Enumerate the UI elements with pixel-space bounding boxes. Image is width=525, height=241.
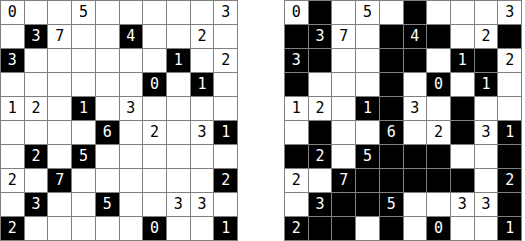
puzzle-cell-r9c3[interactable]	[48, 193, 71, 216]
solution-cell-r1c3	[332, 1, 355, 24]
solution-cell-r4c6	[404, 73, 427, 96]
solution-cell-r6c7: 2	[427, 121, 450, 144]
solution-cell-r10c2	[309, 217, 332, 240]
puzzle-cell-r7c2[interactable]: 2	[25, 145, 48, 168]
solution-cell-r7c1	[285, 145, 308, 168]
puzzle-cell-r10c4[interactable]	[72, 217, 95, 240]
puzzle-cell-r4c3[interactable]	[48, 73, 71, 96]
puzzle-cell-r6c6[interactable]	[120, 121, 143, 144]
solution-cell-r7c8	[451, 145, 474, 168]
puzzle-cell-r8c6[interactable]	[120, 169, 143, 192]
solution-cell-r6c4	[356, 121, 379, 144]
puzzle-cell-r3c5[interactable]	[96, 49, 119, 72]
puzzle-cell-r5c2[interactable]: 2	[25, 97, 48, 120]
puzzle-cell-r4c10[interactable]	[214, 73, 237, 96]
solution-cell-r3c3	[332, 49, 355, 72]
solution-cell-r9c2: 3	[309, 193, 332, 216]
solution-cell-r2c4	[356, 25, 379, 48]
puzzle-cell-r6c1[interactable]	[1, 121, 24, 144]
solution-cell-r5c4: 1	[356, 97, 379, 120]
solution-cell-r3c8: 1	[451, 49, 474, 72]
puzzle-cell-r1c9[interactable]	[191, 1, 214, 24]
puzzle-cell-r9c8[interactable]: 3	[167, 193, 190, 216]
puzzle-board: 05337423120112136231252723533201	[0, 0, 238, 241]
puzzle-cell-r10c5[interactable]	[96, 217, 119, 240]
puzzle-cell-r3c8[interactable]: 1	[167, 49, 190, 72]
puzzle-cell-r2c8[interactable]	[167, 25, 190, 48]
puzzle-cell-r3c9[interactable]	[191, 49, 214, 72]
puzzle-cell-r5c5[interactable]	[96, 97, 119, 120]
puzzle-cell-r10c3[interactable]	[48, 217, 71, 240]
puzzle-cell-r2c1[interactable]	[1, 25, 24, 48]
solution-cell-r4c4	[356, 73, 379, 96]
puzzle-cell-r3c4[interactable]	[72, 49, 95, 72]
solution-cell-r1c2	[309, 1, 332, 24]
puzzle-cell-r7c9[interactable]	[191, 145, 214, 168]
solution-cell-r10c3	[332, 217, 355, 240]
puzzle-cell-r6c2[interactable]	[25, 121, 48, 144]
puzzle-cell-r9c10[interactable]	[214, 193, 237, 216]
puzzle-cell-r10c9[interactable]	[191, 217, 214, 240]
puzzle-cell-r10c6[interactable]	[120, 217, 143, 240]
puzzle-cell-r4c7[interactable]: 0	[143, 73, 166, 96]
solution-cell-r3c6	[404, 49, 427, 72]
puzzle-cell-r6c4[interactable]	[72, 121, 95, 144]
solution-cell-r8c6	[404, 169, 427, 192]
puzzle-cell-r1c5[interactable]	[96, 1, 119, 24]
solution-cell-r10c1: 2	[285, 217, 308, 240]
solution-cell-r9c7	[427, 193, 450, 216]
puzzle-cell-r8c3[interactable]: 7	[48, 169, 71, 192]
solution-cell-r2c1	[285, 25, 308, 48]
puzzle-cell-r2c3[interactable]: 7	[48, 25, 71, 48]
puzzle-cell-r9c1[interactable]	[1, 193, 24, 216]
solution-cell-r9c8: 3	[451, 193, 474, 216]
puzzle-cell-r7c1[interactable]	[1, 145, 24, 168]
solution-cell-r1c10: 3	[498, 1, 521, 24]
puzzle-cell-r3c7[interactable]	[143, 49, 166, 72]
puzzle-cell-r2c9[interactable]: 2	[191, 25, 214, 48]
solution-cell-r6c9: 3	[475, 121, 498, 144]
solution-cell-r5c7	[427, 97, 450, 120]
solution-cell-r1c7	[427, 1, 450, 24]
solution-cell-r9c10	[498, 193, 521, 216]
solution-cell-r10c8	[451, 217, 474, 240]
solution-cell-r2c7	[427, 25, 450, 48]
solution-cell-r3c1: 3	[285, 49, 308, 72]
solution-cell-r8c1: 2	[285, 169, 308, 192]
puzzle-cell-r1c1[interactable]: 0	[1, 1, 24, 24]
solution-cell-r8c2	[309, 169, 332, 192]
puzzle-cell-r4c5[interactable]	[96, 73, 119, 96]
solution-cell-r4c2	[309, 73, 332, 96]
puzzle-cell-r9c9[interactable]: 3	[191, 193, 214, 216]
puzzle-cell-r3c3[interactable]	[48, 49, 71, 72]
solution-cell-r8c5	[380, 169, 403, 192]
puzzle-cell-r8c1[interactable]: 2	[1, 169, 24, 192]
solution-cell-r9c5: 5	[380, 193, 403, 216]
puzzle-cell-r7c8[interactable]	[167, 145, 190, 168]
puzzle-cell-r6c10[interactable]: 1	[214, 121, 237, 144]
solution-cell-r4c5	[380, 73, 403, 96]
puzzle-cell-r4c4[interactable]	[72, 73, 95, 96]
solution-cell-r4c7: 0	[427, 73, 450, 96]
solution-cell-r6c5: 6	[380, 121, 403, 144]
puzzle-cell-r8c4[interactable]	[72, 169, 95, 192]
solution-cell-r5c1: 1	[285, 97, 308, 120]
solution-cell-r7c6	[404, 145, 427, 168]
puzzle-cell-r6c8[interactable]	[167, 121, 190, 144]
solution-cell-r3c5	[380, 49, 403, 72]
puzzle-cell-r8c9[interactable]	[191, 169, 214, 192]
puzzle-cell-r10c2[interactable]	[25, 217, 48, 240]
puzzle-cell-r1c10[interactable]: 3	[214, 1, 237, 24]
solution-cell-r6c10: 1	[498, 121, 521, 144]
puzzle-cell-r1c6[interactable]	[120, 1, 143, 24]
solution-cell-r3c10: 2	[498, 49, 521, 72]
puzzle-cell-r7c3[interactable]	[48, 145, 71, 168]
solution-cell-r1c4: 5	[356, 1, 379, 24]
solution-cell-r2c6: 4	[404, 25, 427, 48]
solution-cell-r10c10: 1	[498, 217, 521, 240]
solution-cell-r1c6	[404, 1, 427, 24]
puzzle-cell-r4c6[interactable]	[120, 73, 143, 96]
solution-cell-r5c8	[451, 97, 474, 120]
solution-cell-r7c3	[332, 145, 355, 168]
solution-cell-r8c8	[451, 169, 474, 192]
puzzle-cell-r4c8[interactable]	[167, 73, 190, 96]
solution-cell-r9c4	[356, 193, 379, 216]
puzzle-cell-r5c6[interactable]: 3	[120, 97, 143, 120]
solution-board: 05337423120112136231252723533201	[284, 0, 522, 241]
solution-cell-r7c4: 5	[356, 145, 379, 168]
solution-cell-r1c8	[451, 1, 474, 24]
solution-cell-r6c2	[309, 121, 332, 144]
solution-cell-r2c10	[498, 25, 521, 48]
puzzle-cell-r7c5[interactable]	[96, 145, 119, 168]
puzzle-cell-r1c2[interactable]	[25, 1, 48, 24]
solution-cell-r8c3: 7	[332, 169, 355, 192]
solution-cell-r2c5	[380, 25, 403, 48]
puzzle-cell-r1c4[interactable]: 5	[72, 1, 95, 24]
puzzle-cell-r7c7[interactable]	[143, 145, 166, 168]
puzzle-cell-r10c1[interactable]: 2	[1, 217, 24, 240]
puzzle-cell-r8c5[interactable]	[96, 169, 119, 192]
solution-cell-r7c7	[427, 145, 450, 168]
solution-cell-r5c6: 3	[404, 97, 427, 120]
puzzle-cell-r2c4[interactable]	[72, 25, 95, 48]
solution-cell-r2c3: 7	[332, 25, 355, 48]
puzzle-cell-r7c6[interactable]	[120, 145, 143, 168]
puzzle-cell-r4c2[interactable]	[25, 73, 48, 96]
puzzle-cell-r2c10[interactable]	[214, 25, 237, 48]
solution-cell-r7c5	[380, 145, 403, 168]
solution-cell-r5c10	[498, 97, 521, 120]
puzzle-cell-r9c4[interactable]	[72, 193, 95, 216]
puzzle-cell-r2c2[interactable]: 3	[25, 25, 48, 48]
puzzle-cell-r5c9[interactable]	[191, 97, 214, 120]
puzzle-cell-r7c4[interactable]: 5	[72, 145, 95, 168]
puzzle-cell-r6c9[interactable]: 3	[191, 121, 214, 144]
puzzle-cell-r4c1[interactable]	[1, 73, 24, 96]
solution-cell-r1c1: 0	[285, 1, 308, 24]
puzzle-cell-r8c2[interactable]	[25, 169, 48, 192]
puzzle-cell-r10c8[interactable]	[167, 217, 190, 240]
puzzle-cell-r5c4[interactable]: 1	[72, 97, 95, 120]
solution-cell-r5c3	[332, 97, 355, 120]
puzzle-cell-r6c7[interactable]: 2	[143, 121, 166, 144]
puzzle-cell-r6c5[interactable]: 6	[96, 121, 119, 144]
puzzle-cell-r10c10[interactable]: 1	[214, 217, 237, 240]
solution-cell-r10c4	[356, 217, 379, 240]
puzzle-cell-r2c7[interactable]	[143, 25, 166, 48]
solution-cell-r8c4	[356, 169, 379, 192]
puzzle-cell-r3c10[interactable]: 2	[214, 49, 237, 72]
puzzle-cell-r5c7[interactable]	[143, 97, 166, 120]
solution-cell-r7c9	[475, 145, 498, 168]
puzzle-cell-r9c7[interactable]	[143, 193, 166, 216]
solution-cell-r4c3	[332, 73, 355, 96]
puzzle-cell-r5c1[interactable]: 1	[1, 97, 24, 120]
solution-cell-r4c9: 1	[475, 73, 498, 96]
solution-cell-r1c5	[380, 1, 403, 24]
solution-cell-r3c9	[475, 49, 498, 72]
solution-cell-r6c6	[404, 121, 427, 144]
puzzle-cell-r3c2[interactable]	[25, 49, 48, 72]
puzzle-cell-r9c2[interactable]: 3	[25, 193, 48, 216]
solution-cell-r6c3	[332, 121, 355, 144]
puzzle-cell-r8c7[interactable]	[143, 169, 166, 192]
solution-cell-r9c1	[285, 193, 308, 216]
solution-cell-r5c5	[380, 97, 403, 120]
solution-cell-r2c9: 2	[475, 25, 498, 48]
puzzle-cell-r3c6[interactable]	[120, 49, 143, 72]
solution-cell-r10c7: 0	[427, 217, 450, 240]
solution-cell-r4c1	[285, 73, 308, 96]
solution-cell-r10c9	[475, 217, 498, 240]
puzzle-cell-r4c9[interactable]: 1	[191, 73, 214, 96]
puzzle-cell-r2c6[interactable]: 4	[120, 25, 143, 48]
puzzle-cell-r5c10[interactable]	[214, 97, 237, 120]
solution-cell-r7c10	[498, 145, 521, 168]
puzzle-cell-r10c7[interactable]: 0	[143, 217, 166, 240]
puzzle-cell-r9c6[interactable]	[120, 193, 143, 216]
solution-cell-r1c9	[475, 1, 498, 24]
solution-cell-r9c6	[404, 193, 427, 216]
solution-cell-r8c9	[475, 169, 498, 192]
puzzle-cell-r5c8[interactable]	[167, 97, 190, 120]
solution-cell-r6c8	[451, 121, 474, 144]
puzzle-cell-r6c3[interactable]	[48, 121, 71, 144]
solution-cell-r3c4	[356, 49, 379, 72]
solution-cell-r3c2	[309, 49, 332, 72]
puzzle-cell-r2c5[interactable]	[96, 25, 119, 48]
solution-cell-r9c3	[332, 193, 355, 216]
solution-cell-r3c7	[427, 49, 450, 72]
solution-cell-r9c9: 3	[475, 193, 498, 216]
solution-cell-r2c2: 3	[309, 25, 332, 48]
solution-cell-r8c7	[427, 169, 450, 192]
solution-cell-r7c2: 2	[309, 145, 332, 168]
puzzle-cell-r8c10[interactable]: 2	[214, 169, 237, 192]
puzzle-cell-r1c7[interactable]	[143, 1, 166, 24]
puzzle-cell-r8c8[interactable]	[167, 169, 190, 192]
solution-cell-r6c1	[285, 121, 308, 144]
solution-cell-r8c10: 2	[498, 169, 521, 192]
solution-cell-r2c8	[451, 25, 474, 48]
puzzle-cell-r1c8[interactable]	[167, 1, 190, 24]
puzzle-cell-r5c3[interactable]	[48, 97, 71, 120]
puzzle-cell-r7c10[interactable]	[214, 145, 237, 168]
solution-cell-r4c8	[451, 73, 474, 96]
puzzle-cell-r9c5[interactable]: 5	[96, 193, 119, 216]
puzzle-cell-r1c3[interactable]	[48, 1, 71, 24]
puzzle-cell-r3c1[interactable]: 3	[1, 49, 24, 72]
solution-cell-r5c9	[475, 97, 498, 120]
solution-cell-r5c2: 2	[309, 97, 332, 120]
solution-cell-r10c5	[380, 217, 403, 240]
solution-cell-r4c10	[498, 73, 521, 96]
solution-cell-r10c6	[404, 217, 427, 240]
